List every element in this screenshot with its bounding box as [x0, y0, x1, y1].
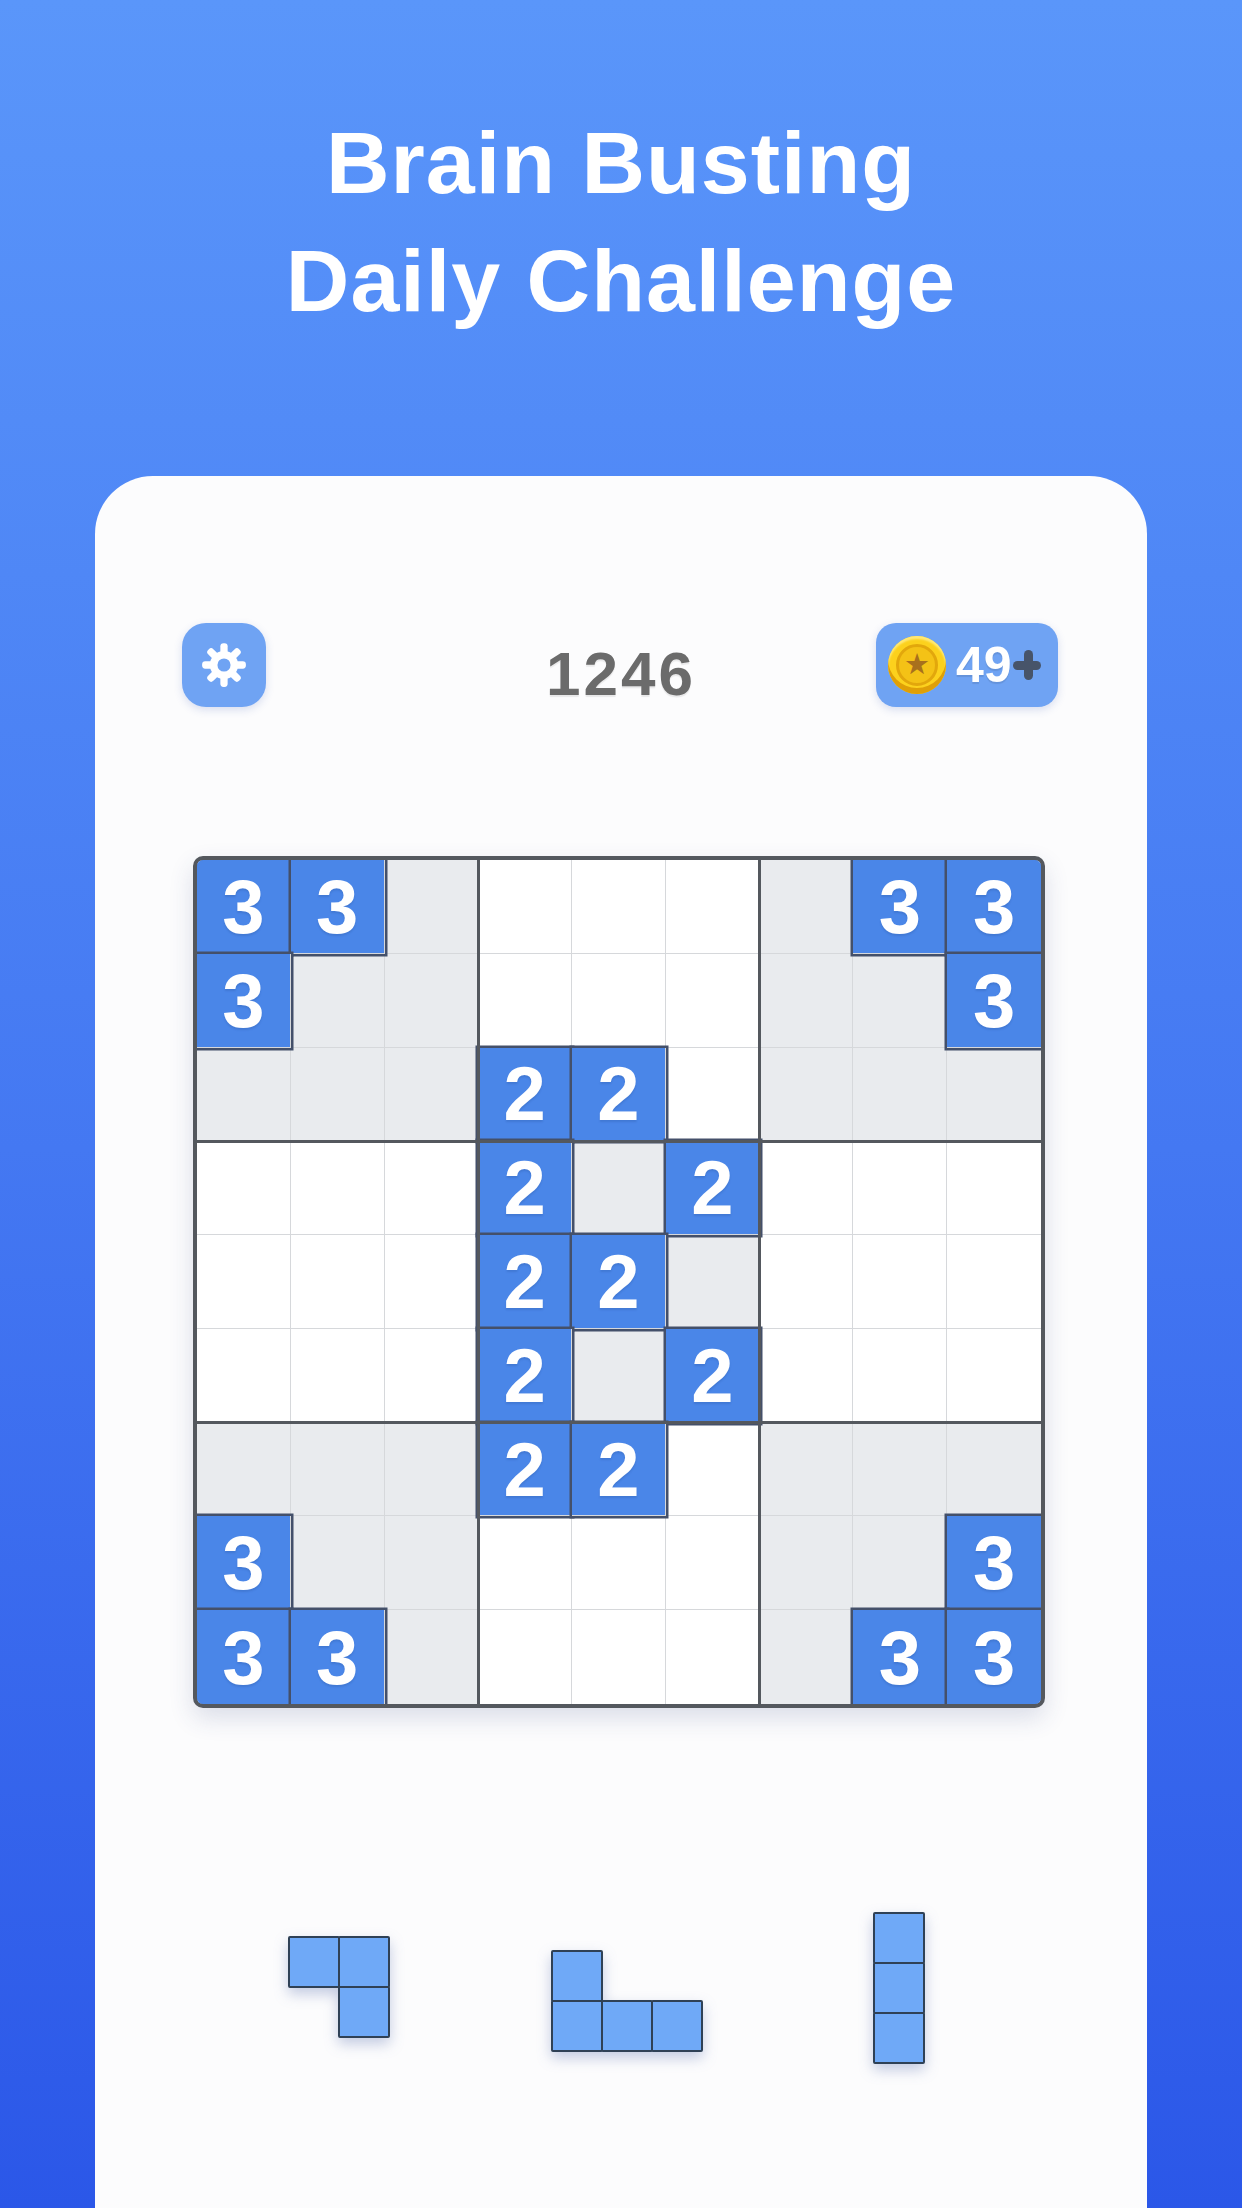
board-cell[interactable] [197, 1329, 291, 1423]
board-cell[interactable] [666, 1610, 760, 1704]
tray-piece-2[interactable] [551, 1950, 703, 2052]
board-cell[interactable] [197, 1141, 291, 1235]
board-cell[interactable] [666, 954, 760, 1048]
board-cell[interactable]: 3 [947, 1610, 1041, 1704]
board-cell[interactable] [572, 1516, 666, 1610]
piece-cell [551, 1950, 603, 2002]
board-cell[interactable] [666, 860, 760, 954]
cell-countdown-label: 3 [853, 1610, 946, 1704]
board-cell[interactable]: 2 [666, 1329, 760, 1423]
page-title-line2: Daily Challenge [0, 222, 1242, 340]
add-coins-plus-icon[interactable] [1012, 649, 1042, 681]
piece-cell [873, 1962, 925, 2014]
board-cell[interactable] [385, 1516, 479, 1610]
cell-countdown-label: 3 [853, 860, 946, 953]
board-cell[interactable] [291, 1141, 385, 1235]
cell-countdown-label: 3 [197, 1610, 290, 1704]
board-cell[interactable] [666, 1423, 760, 1517]
board-cell[interactable] [572, 1610, 666, 1704]
puzzle-board: 3333332222222222333333 [193, 856, 1045, 1708]
cell-countdown-label: 3 [947, 860, 1041, 953]
board-cell[interactable] [572, 1329, 666, 1423]
cell-countdown-label: 3 [197, 954, 290, 1047]
board-cell[interactable] [291, 1516, 385, 1610]
board-cell[interactable] [853, 1235, 947, 1329]
board-cell[interactable] [385, 954, 479, 1048]
board-cell[interactable] [385, 860, 479, 954]
board-cell[interactable] [197, 1423, 291, 1517]
board-cell[interactable] [853, 1423, 947, 1517]
board-cell[interactable]: 3 [197, 860, 291, 954]
cell-countdown-label: 3 [291, 860, 384, 953]
board-cell[interactable] [853, 954, 947, 1048]
cell-countdown-label: 2 [572, 1423, 665, 1516]
board-cell[interactable] [385, 1235, 479, 1329]
board-cell[interactable]: 3 [947, 860, 1041, 954]
board-cell[interactable] [291, 1329, 385, 1423]
block-divider-horizontal-1 [197, 1140, 1041, 1143]
board-cell[interactable]: 3 [197, 1516, 291, 1610]
piece-cell [338, 1936, 390, 1988]
board-cell[interactable]: 2 [572, 1048, 666, 1142]
board-cell[interactable] [572, 954, 666, 1048]
cell-countdown-label: 2 [666, 1329, 759, 1422]
board-cell[interactable] [572, 860, 666, 954]
board-cell[interactable] [760, 1329, 854, 1423]
cell-countdown-label: 3 [291, 1610, 384, 1704]
board-cell[interactable]: 3 [197, 1610, 291, 1704]
cell-countdown-label: 2 [478, 1423, 571, 1516]
cell-countdown-label: 3 [197, 860, 290, 953]
board-cell[interactable] [291, 1423, 385, 1517]
board-cell[interactable] [385, 1141, 479, 1235]
board-cell[interactable] [197, 1048, 291, 1142]
board-cell[interactable] [760, 1516, 854, 1610]
block-divider-vertical-1 [477, 860, 480, 1704]
coin-counter-button[interactable]: ★ 49 [876, 623, 1058, 707]
board-cell[interactable]: 2 [478, 1141, 572, 1235]
piece-cell [873, 1912, 925, 1964]
board-cell[interactable] [760, 1141, 854, 1235]
board-cell[interactable] [291, 1235, 385, 1329]
cell-countdown-label: 2 [572, 1048, 665, 1141]
board-grid: 3333332222222222333333 [197, 860, 1041, 1704]
cell-countdown-label: 2 [478, 1141, 571, 1234]
board-cell[interactable]: 2 [478, 1235, 572, 1329]
board-cell[interactable] [760, 860, 854, 954]
block-divider-vertical-2 [758, 860, 761, 1704]
board-cell[interactable]: 2 [666, 1141, 760, 1235]
board-cell[interactable]: 2 [478, 1048, 572, 1142]
board-cell[interactable] [666, 1235, 760, 1329]
board-cell[interactable] [760, 954, 854, 1048]
board-cell[interactable] [760, 1235, 854, 1329]
block-divider-horizontal-2 [197, 1421, 1041, 1424]
cell-countdown-label: 3 [197, 1516, 290, 1609]
board-cell[interactable] [197, 1235, 291, 1329]
board-cell[interactable] [291, 954, 385, 1048]
board-cell[interactable]: 2 [572, 1235, 666, 1329]
board-cell[interactable] [385, 1329, 479, 1423]
board-cell[interactable] [385, 1423, 479, 1517]
cell-countdown-label: 3 [947, 1516, 1041, 1609]
board-cell[interactable]: 2 [478, 1329, 572, 1423]
board-cell[interactable] [947, 1423, 1041, 1517]
coin-inner-ring: ★ [896, 644, 938, 686]
board-cell[interactable] [853, 1329, 947, 1423]
board-cell[interactable] [853, 1141, 947, 1235]
board-cell[interactable]: 3 [291, 860, 385, 954]
board-cell[interactable]: 3 [197, 954, 291, 1048]
board-cell[interactable] [947, 1235, 1041, 1329]
tray-piece-1[interactable] [288, 1936, 390, 2038]
board-cell[interactable]: 3 [947, 1516, 1041, 1610]
app-screen: Brain Busting Daily Challenge 1246 ★ [0, 0, 1242, 2208]
board-cell[interactable] [853, 1048, 947, 1142]
cell-countdown-label: 3 [947, 954, 1041, 1047]
board-cell[interactable] [478, 954, 572, 1048]
cell-countdown-label: 2 [572, 1235, 665, 1328]
board-cell[interactable] [947, 1329, 1041, 1423]
piece-cell [873, 2012, 925, 2064]
coin-icon: ★ [888, 636, 946, 694]
cell-countdown-label: 2 [666, 1141, 759, 1234]
board-cell[interactable] [478, 860, 572, 954]
board-cell[interactable] [666, 1048, 760, 1142]
piece-cell [601, 2000, 653, 2052]
board-cell[interactable] [760, 1048, 854, 1142]
board-cell[interactable] [760, 1423, 854, 1517]
board-cell[interactable]: 2 [478, 1423, 572, 1517]
board-cell[interactable]: 3 [853, 860, 947, 954]
page-title: Brain Busting Daily Challenge [0, 104, 1242, 340]
board-cell[interactable] [385, 1048, 479, 1142]
coin-count-label: 49 [956, 636, 1012, 694]
board-cell[interactable] [947, 1048, 1041, 1142]
cell-countdown-label: 2 [478, 1329, 571, 1422]
board-cell[interactable] [760, 1610, 854, 1704]
board-cell[interactable] [947, 1141, 1041, 1235]
tray-piece-3[interactable] [873, 1912, 925, 2064]
piece-cell [651, 2000, 703, 2052]
board-cell[interactable]: 3 [947, 954, 1041, 1048]
board-cell[interactable] [385, 1610, 479, 1704]
board-cell[interactable] [666, 1516, 760, 1610]
board-cell[interactable] [853, 1516, 947, 1610]
board-cell[interactable]: 2 [572, 1423, 666, 1517]
cell-countdown-label: 2 [478, 1048, 571, 1141]
board-cell[interactable] [478, 1610, 572, 1704]
board-cell[interactable]: 3 [853, 1610, 947, 1704]
board-cell[interactable] [478, 1516, 572, 1610]
board-cell[interactable]: 3 [291, 1610, 385, 1704]
coin-star-icon: ★ [904, 650, 930, 679]
cell-countdown-label: 2 [478, 1235, 571, 1328]
board-cell[interactable] [291, 1048, 385, 1142]
page-title-line1: Brain Busting [0, 104, 1242, 222]
piece-cell [551, 2000, 603, 2052]
board-cell[interactable] [572, 1141, 666, 1235]
piece-cell [338, 1986, 390, 2038]
piece-cell [288, 1936, 340, 1988]
cell-countdown-label: 3 [947, 1610, 1041, 1704]
